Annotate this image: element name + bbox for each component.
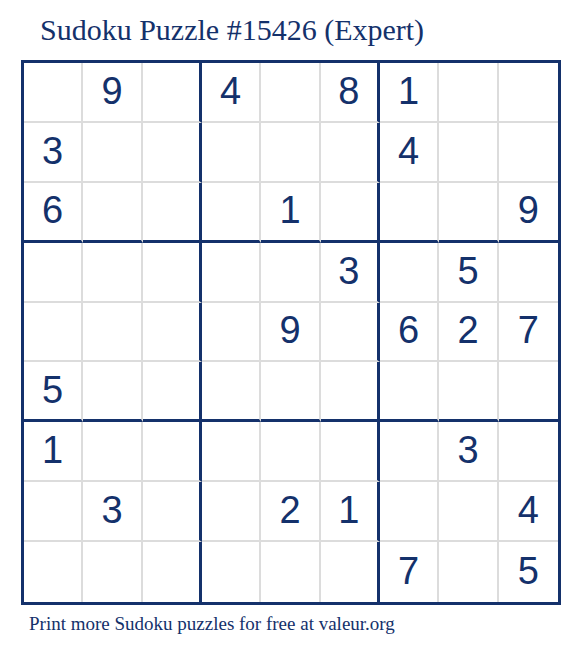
sudoku-cell-given[interactable]: 2 — [439, 303, 498, 363]
sudoku-cell-empty[interactable] — [202, 243, 261, 303]
sudoku-puzzle-page: Sudoku Puzzle #15426 (Expert) 9481346193… — [0, 0, 580, 651]
sudoku-cell-given[interactable]: 9 — [499, 183, 558, 243]
sudoku-cell-empty[interactable] — [143, 123, 202, 183]
sudoku-cell-given[interactable]: 1 — [261, 183, 320, 243]
sudoku-cell-empty[interactable] — [143, 303, 202, 363]
sudoku-cell-empty[interactable] — [321, 542, 380, 602]
sudoku-cell-empty[interactable] — [321, 303, 380, 363]
sudoku-cell-empty[interactable] — [24, 63, 83, 123]
sudoku-cell-empty[interactable] — [439, 123, 498, 183]
sudoku-cell-empty[interactable] — [83, 243, 142, 303]
sudoku-cell-given[interactable]: 3 — [321, 243, 380, 303]
sudoku-cell-empty[interactable] — [499, 362, 558, 422]
sudoku-cell-given[interactable]: 4 — [202, 63, 261, 123]
sudoku-cell-empty[interactable] — [143, 422, 202, 482]
sudoku-cell-empty[interactable] — [321, 183, 380, 243]
sudoku-board: 948134619359627513321475 — [21, 60, 561, 605]
sudoku-cell-given[interactable]: 8 — [321, 63, 380, 123]
sudoku-cell-empty[interactable] — [202, 482, 261, 542]
sudoku-cell-empty[interactable] — [380, 243, 439, 303]
sudoku-cell-given[interactable]: 3 — [83, 482, 142, 542]
sudoku-cell-empty[interactable] — [380, 482, 439, 542]
sudoku-cell-given[interactable]: 9 — [261, 303, 320, 363]
sudoku-cell-empty[interactable] — [143, 542, 202, 602]
sudoku-cell-empty[interactable] — [439, 63, 498, 123]
sudoku-cell-given[interactable]: 3 — [24, 123, 83, 183]
footer-text: Print more Sudoku puzzles for free at va… — [29, 613, 395, 635]
sudoku-cell-empty[interactable] — [202, 183, 261, 243]
sudoku-cell-empty[interactable] — [261, 63, 320, 123]
sudoku-cell-empty[interactable] — [380, 183, 439, 243]
sudoku-cell-empty[interactable] — [83, 422, 142, 482]
sudoku-cell-given[interactable]: 6 — [380, 303, 439, 363]
sudoku-cell-empty[interactable] — [83, 183, 142, 243]
sudoku-cell-given[interactable]: 9 — [83, 63, 142, 123]
sudoku-cell-given[interactable]: 1 — [24, 422, 83, 482]
sudoku-cell-empty[interactable] — [83, 542, 142, 602]
sudoku-cell-empty[interactable] — [380, 422, 439, 482]
sudoku-cell-given[interactable]: 1 — [380, 63, 439, 123]
sudoku-cell-empty[interactable] — [261, 542, 320, 602]
sudoku-cell-given[interactable]: 5 — [24, 362, 83, 422]
sudoku-cell-empty[interactable] — [439, 542, 498, 602]
sudoku-cell-given[interactable]: 7 — [380, 542, 439, 602]
sudoku-cell-given[interactable]: 1 — [321, 482, 380, 542]
sudoku-cell-given[interactable]: 7 — [499, 303, 558, 363]
sudoku-cell-empty[interactable] — [439, 482, 498, 542]
sudoku-cell-empty[interactable] — [24, 243, 83, 303]
sudoku-cell-given[interactable]: 4 — [380, 123, 439, 183]
sudoku-cell-empty[interactable] — [143, 243, 202, 303]
sudoku-cell-empty[interactable] — [499, 422, 558, 482]
sudoku-cell-empty[interactable] — [143, 63, 202, 123]
sudoku-cell-empty[interactable] — [143, 482, 202, 542]
sudoku-cell-empty[interactable] — [83, 303, 142, 363]
sudoku-cell-given[interactable]: 4 — [499, 482, 558, 542]
sudoku-cell-empty[interactable] — [499, 243, 558, 303]
sudoku-cell-empty[interactable] — [143, 183, 202, 243]
sudoku-cell-empty[interactable] — [24, 542, 83, 602]
sudoku-cell-empty[interactable] — [202, 362, 261, 422]
sudoku-cell-empty[interactable] — [83, 362, 142, 422]
sudoku-cell-empty[interactable] — [439, 183, 498, 243]
sudoku-cell-empty[interactable] — [261, 243, 320, 303]
sudoku-cell-empty[interactable] — [261, 123, 320, 183]
page-title: Sudoku Puzzle #15426 (Expert) — [40, 13, 424, 47]
sudoku-cell-empty[interactable] — [380, 362, 439, 422]
sudoku-cell-given[interactable]: 3 — [439, 422, 498, 482]
sudoku-cell-empty[interactable] — [261, 422, 320, 482]
sudoku-cell-empty[interactable] — [202, 422, 261, 482]
sudoku-cell-given[interactable]: 6 — [24, 183, 83, 243]
sudoku-cell-empty[interactable] — [202, 542, 261, 602]
sudoku-cell-empty[interactable] — [202, 123, 261, 183]
sudoku-cell-given[interactable]: 2 — [261, 482, 320, 542]
sudoku-cell-empty[interactable] — [261, 362, 320, 422]
sudoku-cell-empty[interactable] — [499, 63, 558, 123]
sudoku-cell-empty[interactable] — [321, 422, 380, 482]
sudoku-cell-empty[interactable] — [499, 123, 558, 183]
sudoku-cell-empty[interactable] — [24, 303, 83, 363]
sudoku-cell-empty[interactable] — [202, 303, 261, 363]
sudoku-cell-empty[interactable] — [439, 362, 498, 422]
sudoku-cell-given[interactable]: 5 — [439, 243, 498, 303]
sudoku-cell-given[interactable]: 5 — [499, 542, 558, 602]
sudoku-cell-empty[interactable] — [321, 362, 380, 422]
sudoku-cell-empty[interactable] — [321, 123, 380, 183]
sudoku-cell-empty[interactable] — [83, 123, 142, 183]
sudoku-cell-empty[interactable] — [24, 482, 83, 542]
sudoku-cell-empty[interactable] — [143, 362, 202, 422]
